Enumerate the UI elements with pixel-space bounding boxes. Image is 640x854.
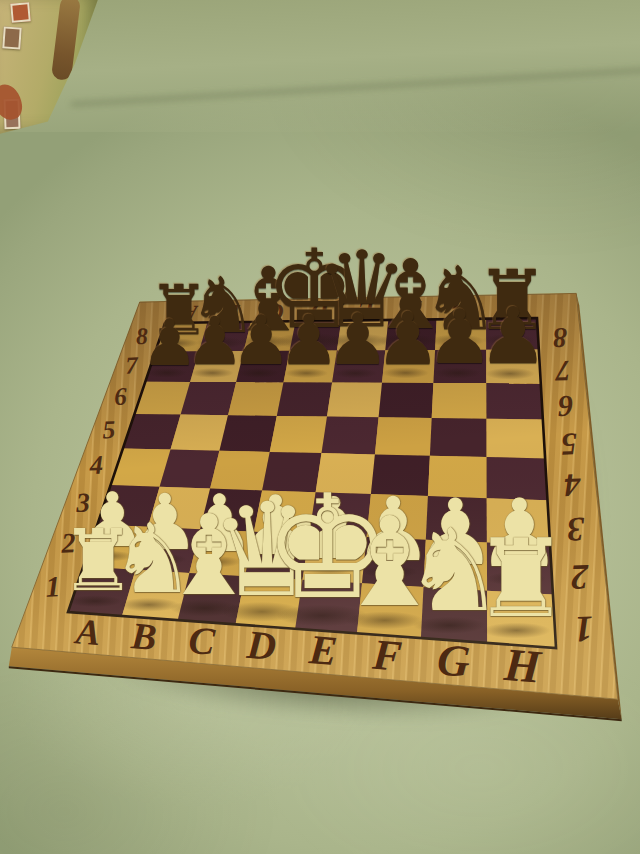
file-label-bottom-a: A — [73, 611, 102, 653]
file-label-top-c: C — [267, 299, 284, 326]
file-label-top-a: A — [182, 301, 200, 327]
square-d7 — [284, 351, 337, 383]
square-c2 — [189, 529, 254, 576]
square-f6 — [379, 383, 434, 418]
square-d4 — [262, 452, 321, 492]
square-c5 — [219, 415, 276, 452]
chess-board: AABBCCDDEEFFGGHH1122334455667788 — [0, 0, 640, 854]
rank-label-right-6: 6 — [557, 389, 574, 424]
square-d1 — [236, 576, 303, 629]
square-h2 — [487, 543, 553, 595]
square-e4 — [316, 453, 375, 494]
square-d2 — [245, 532, 309, 580]
rank-label-right-4: 4 — [563, 467, 582, 504]
file-label-top-g: G — [451, 294, 472, 324]
square-f5 — [375, 417, 432, 455]
square-e5 — [322, 417, 379, 455]
square-e3 — [309, 492, 371, 537]
file-label-bottom-e: E — [307, 626, 339, 674]
square-d3 — [254, 490, 316, 534]
file-label-bottom-b: B — [129, 615, 158, 658]
rank-label-left-7: 7 — [125, 351, 139, 378]
square-f1 — [357, 583, 424, 638]
square-b7 — [190, 351, 244, 382]
square-c7 — [236, 351, 290, 383]
file-label-top-f: F — [404, 295, 424, 324]
file-label-top-d: D — [311, 298, 330, 325]
rank-label-right-3: 3 — [567, 511, 586, 549]
file-label-bottom-f: F — [370, 631, 404, 680]
rank-label-left-8: 8 — [136, 323, 149, 349]
rank-label-left-6: 6 — [114, 383, 128, 410]
square-b6 — [181, 382, 237, 415]
rank-label-left-2: 2 — [60, 527, 76, 559]
square-e1 — [295, 580, 362, 634]
rank-label-right-5: 5 — [560, 426, 577, 462]
square-f7 — [382, 350, 435, 383]
file-label-top-h: H — [499, 293, 524, 324]
photo-scene: AABBCCDDEEFFGGHH1122334455667788 ♜♞♝♚♛♝♞… — [0, 0, 640, 854]
rank-label-right-7: 7 — [554, 355, 571, 388]
square-e6 — [327, 383, 382, 418]
file-label-top-b: B — [224, 300, 241, 326]
square-b5 — [171, 415, 229, 451]
rank-label-left-1: 1 — [45, 570, 61, 602]
square-e7 — [332, 350, 385, 382]
square-f4 — [371, 454, 430, 496]
square-c4 — [210, 451, 270, 491]
square-h7 — [486, 350, 541, 384]
rank-label-left-4: 4 — [88, 450, 103, 480]
square-d5 — [270, 416, 327, 453]
file-label-bottom-h: H — [501, 639, 544, 693]
square-g6 — [432, 383, 487, 419]
rank-label-right-2: 2 — [570, 557, 590, 598]
square-e2 — [303, 534, 367, 583]
square-f3 — [367, 494, 428, 540]
rank-label-left-5: 5 — [102, 415, 116, 444]
file-label-top-e: E — [357, 296, 376, 325]
square-g3 — [426, 496, 487, 542]
square-g4 — [428, 456, 487, 499]
square-h3 — [487, 498, 550, 545]
square-c6 — [228, 382, 284, 416]
square-g2 — [424, 540, 488, 591]
square-h6 — [486, 383, 543, 419]
rank-label-right-8: 8 — [553, 322, 568, 353]
square-h4 — [487, 457, 548, 500]
square-c3 — [200, 489, 262, 532]
file-label-bottom-g: G — [435, 634, 471, 686]
square-h5 — [487, 419, 546, 459]
rank-label-right-1: 1 — [574, 609, 594, 651]
square-g7 — [433, 350, 486, 383]
square-g5 — [430, 418, 487, 457]
file-label-bottom-c: C — [187, 618, 217, 663]
file-label-bottom-d: D — [244, 622, 278, 669]
square-c1 — [178, 573, 245, 625]
square-f2 — [362, 537, 426, 587]
rank-label-left-3: 3 — [75, 488, 91, 518]
square-d6 — [277, 382, 332, 416]
